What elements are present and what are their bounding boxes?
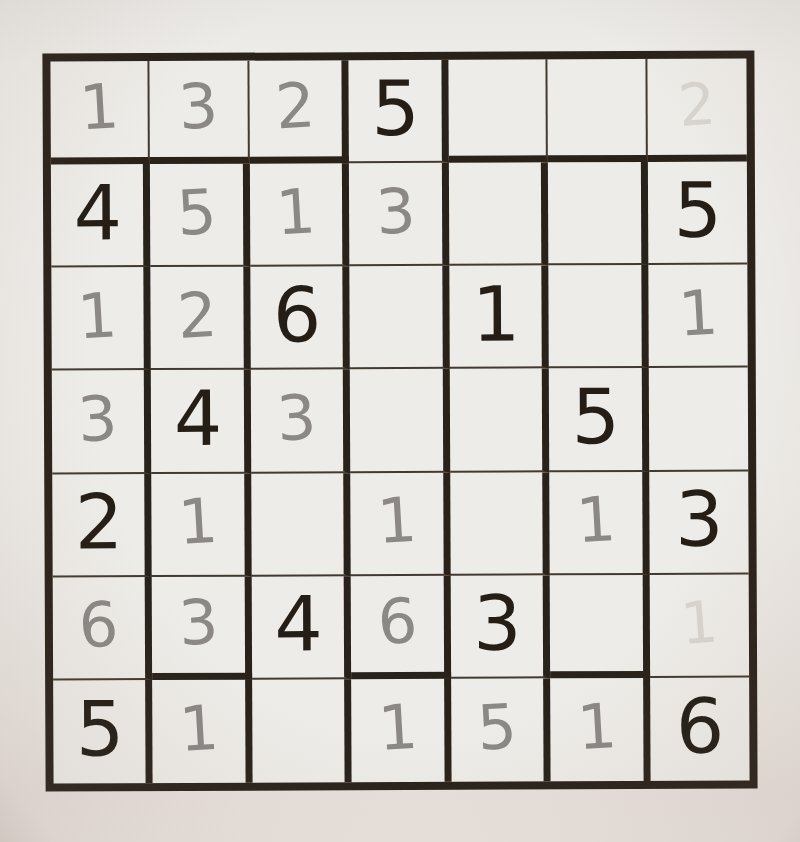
cell-r4c2: 4 <box>151 370 251 474</box>
cell-r1c4: 5 <box>349 60 449 164</box>
printed-given-digit: 4 <box>274 587 322 663</box>
cell-r3c5: 1 <box>449 266 549 370</box>
cell-r5c3 <box>251 473 351 577</box>
cell-r3c7: 1 <box>648 265 748 369</box>
cell-r3c1: 1 <box>51 267 151 371</box>
cell-r3c6 <box>548 265 648 369</box>
cell-r5c1: 2 <box>52 474 152 578</box>
printed-given-digit: 5 <box>371 70 419 146</box>
pencil-digit: 3 <box>77 387 120 451</box>
cell-r5c7: 3 <box>649 471 749 575</box>
cell-r2c5 <box>449 162 549 266</box>
pencil-digit: 6 <box>78 594 121 658</box>
pencil-digit: 1 <box>676 281 719 345</box>
cell-r3c3: 6 <box>250 266 350 370</box>
cell-r2c3: 1 <box>250 163 350 267</box>
cell-r7c6: 1 <box>550 678 650 782</box>
cell-r6c1: 6 <box>53 577 153 681</box>
cell-r2c2: 5 <box>150 164 250 268</box>
cell-r6c7: 1 <box>649 574 749 678</box>
cell-r7c2: 1 <box>153 679 253 783</box>
cell-r4c3: 3 <box>251 370 351 474</box>
pencil-digit: 1 <box>78 75 121 139</box>
cell-r5c4: 1 <box>351 472 451 576</box>
cell-r7c5: 5 <box>451 678 551 782</box>
printed-given-digit: 2 <box>75 484 123 560</box>
cell-r7c7: 6 <box>650 677 750 781</box>
printed-given-digit: 5 <box>76 692 124 768</box>
cell-r6c3: 4 <box>252 576 352 680</box>
printed-given-digit: 5 <box>571 379 619 455</box>
printed-given-digit: 5 <box>674 172 722 248</box>
pencil-digit: 1 <box>177 697 220 761</box>
cell-r2c7: 5 <box>647 162 747 266</box>
pencil-digit: 3 <box>374 180 417 244</box>
cell-r4c7 <box>648 368 748 472</box>
cell-r2c6 <box>548 162 648 266</box>
pencil-digit: 5 <box>476 696 519 760</box>
pencil-digit: 5 <box>175 181 218 245</box>
cell-r1c6 <box>548 59 648 163</box>
printed-given-digit: 6 <box>273 277 321 353</box>
pencil-digit: 2 <box>176 284 219 348</box>
cell-r6c5: 3 <box>450 575 550 679</box>
cell-r6c6 <box>550 575 650 679</box>
printed-given-digit: 4 <box>73 175 121 251</box>
pencil-digit: 1 <box>177 490 220 554</box>
pencil-digit: 2 <box>274 74 317 138</box>
cell-r7c1: 5 <box>53 680 153 784</box>
pencil-digit: 1 <box>375 489 418 553</box>
erased-pencil-digit: 2 <box>676 74 717 135</box>
cell-r1c7: 2 <box>647 58 747 162</box>
cell-r1c1: 1 <box>50 61 150 165</box>
cell-r1c2: 3 <box>150 61 250 165</box>
cell-r3c4 <box>350 266 450 370</box>
pencil-digit: 3 <box>177 75 220 139</box>
cell-r5c2: 1 <box>152 473 252 577</box>
erased-pencil-digit: 1 <box>678 593 719 654</box>
cell-r4c1: 3 <box>52 371 152 475</box>
cell-r2c1: 4 <box>51 164 151 268</box>
pencil-digit: 3 <box>177 591 220 655</box>
cell-r7c4: 1 <box>351 679 451 783</box>
cell-r4c4 <box>350 369 450 473</box>
pencil-digit: 6 <box>376 590 419 654</box>
printed-given-digit: 1 <box>472 276 520 352</box>
pencil-digit: 1 <box>575 696 618 760</box>
pencil-digit: 1 <box>574 488 617 552</box>
printed-given-digit: 4 <box>174 381 222 457</box>
cell-r5c5 <box>450 472 550 576</box>
cell-r1c5 <box>448 59 548 163</box>
suguru-board: 132524513512611343521113634631511516 <box>42 50 757 791</box>
cell-r3c2: 2 <box>151 267 251 371</box>
pencil-digit: 1 <box>275 180 318 244</box>
cell-r5c6: 1 <box>549 471 649 575</box>
cell-r1c3: 2 <box>249 60 349 164</box>
puzzle-page-photo: 132524513512611343521113634631511516 <box>0 0 800 842</box>
printed-given-digit: 6 <box>676 689 724 765</box>
cell-r2c4: 3 <box>349 163 449 267</box>
cell-r7c3 <box>252 679 352 783</box>
cell-r4c5 <box>449 369 549 473</box>
pencil-digit: 3 <box>275 386 318 450</box>
pencil-digit: 1 <box>376 696 419 760</box>
cell-r6c2: 3 <box>152 576 252 680</box>
printed-given-digit: 3 <box>675 482 723 558</box>
printed-given-digit: 3 <box>473 586 521 662</box>
pencil-digit: 1 <box>76 284 119 348</box>
cell-r6c4: 6 <box>351 575 451 679</box>
cell-r4c6: 5 <box>549 368 649 472</box>
